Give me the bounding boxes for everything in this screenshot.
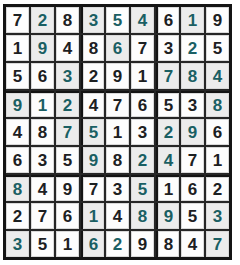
cell-r8c4[interactable]: 1 [81, 203, 104, 229]
cell-r3c5[interactable]: 9 [106, 63, 129, 89]
cell-r2c8[interactable]: 2 [181, 35, 204, 61]
cell-r4c2[interactable]: 1 [31, 91, 54, 117]
cell-r8c8[interactable]: 5 [181, 203, 204, 229]
cell-r4c9[interactable]: 8 [206, 91, 229, 117]
cell-r8c9[interactable]: 3 [206, 203, 229, 229]
cell-r5c9[interactable]: 6 [206, 119, 229, 145]
cell-r6c7[interactable]: 4 [156, 147, 179, 173]
cell-r1c4[interactable]: 3 [81, 7, 104, 33]
cell-r1c9[interactable]: 9 [206, 7, 229, 33]
cell-r1c5[interactable]: 5 [106, 7, 129, 33]
cell-r3c4[interactable]: 2 [81, 63, 104, 89]
cell-r2c6[interactable]: 7 [131, 35, 154, 61]
cell-r7c7[interactable]: 1 [156, 175, 179, 201]
cell-r2c9[interactable]: 5 [206, 35, 229, 61]
cell-r7c5[interactable]: 3 [106, 175, 129, 201]
cell-r6c3[interactable]: 5 [56, 147, 79, 173]
cell-r5c3[interactable]: 7 [56, 119, 79, 145]
sudoku-board-margin: 7283546191948673255632917849124765384875… [0, 0, 240, 260]
cell-r9c2[interactable]: 5 [31, 231, 54, 257]
cell-r3c3[interactable]: 3 [56, 63, 79, 89]
cell-r6c2[interactable]: 3 [31, 147, 54, 173]
cell-r9c4[interactable]: 6 [81, 231, 104, 257]
cell-r5c2[interactable]: 8 [31, 119, 54, 145]
sudoku-board: 7283546191948673255632917849124765384875… [3, 4, 232, 260]
cell-r8c3[interactable]: 6 [56, 203, 79, 229]
cell-r5c6[interactable]: 3 [131, 119, 154, 145]
cell-r5c8[interactable]: 9 [181, 119, 204, 145]
cell-r3c7[interactable]: 7 [156, 63, 179, 89]
cell-r5c1[interactable]: 4 [6, 119, 29, 145]
cell-r1c8[interactable]: 1 [181, 7, 204, 33]
cell-r7c6[interactable]: 5 [131, 175, 154, 201]
cell-r5c4[interactable]: 5 [81, 119, 104, 145]
cell-r2c1[interactable]: 1 [6, 35, 29, 61]
cell-r3c2[interactable]: 6 [31, 63, 54, 89]
cell-r1c1[interactable]: 7 [6, 7, 29, 33]
cell-r3c1[interactable]: 5 [6, 63, 29, 89]
cell-r6c4[interactable]: 9 [81, 147, 104, 173]
cell-r9c8[interactable]: 4 [181, 231, 204, 257]
cell-r2c4[interactable]: 8 [81, 35, 104, 61]
cell-r9c9[interactable]: 7 [206, 231, 229, 257]
cell-r4c6[interactable]: 6 [131, 91, 154, 117]
cell-r3c6[interactable]: 1 [131, 63, 154, 89]
cell-r2c3[interactable]: 4 [56, 35, 79, 61]
cell-r1c6[interactable]: 4 [131, 7, 154, 33]
cell-r7c9[interactable]: 2 [206, 175, 229, 201]
cell-r6c5[interactable]: 8 [106, 147, 129, 173]
cell-r4c7[interactable]: 5 [156, 91, 179, 117]
cell-r2c2[interactable]: 9 [31, 35, 54, 61]
cell-r3c9[interactable]: 4 [206, 63, 229, 89]
cell-r4c5[interactable]: 7 [106, 91, 129, 117]
cell-r6c1[interactable]: 6 [6, 147, 29, 173]
cell-r7c3[interactable]: 9 [56, 175, 79, 201]
cell-r1c3[interactable]: 8 [56, 7, 79, 33]
cell-r6c8[interactable]: 7 [181, 147, 204, 173]
cell-r8c7[interactable]: 9 [156, 203, 179, 229]
cell-r4c4[interactable]: 4 [81, 91, 104, 117]
cell-r7c1[interactable]: 8 [6, 175, 29, 201]
cell-r8c6[interactable]: 8 [131, 203, 154, 229]
cell-r2c7[interactable]: 3 [156, 35, 179, 61]
cell-r5c7[interactable]: 2 [156, 119, 179, 145]
cell-r4c3[interactable]: 2 [56, 91, 79, 117]
cell-r1c2[interactable]: 2 [31, 7, 54, 33]
cell-r1c7[interactable]: 6 [156, 7, 179, 33]
cell-r6c9[interactable]: 1 [206, 147, 229, 173]
cell-r4c8[interactable]: 3 [181, 91, 204, 117]
cell-r2c5[interactable]: 6 [106, 35, 129, 61]
cell-r8c5[interactable]: 4 [106, 203, 129, 229]
cell-r8c1[interactable]: 2 [6, 203, 29, 229]
cell-r7c2[interactable]: 4 [31, 175, 54, 201]
cell-r9c7[interactable]: 8 [156, 231, 179, 257]
cell-r9c6[interactable]: 9 [131, 231, 154, 257]
cell-r7c4[interactable]: 7 [81, 175, 104, 201]
cell-r8c2[interactable]: 7 [31, 203, 54, 229]
cell-r5c5[interactable]: 1 [106, 119, 129, 145]
cell-r7c8[interactable]: 6 [181, 175, 204, 201]
cell-r9c3[interactable]: 1 [56, 231, 79, 257]
cell-r3c8[interactable]: 8 [181, 63, 204, 89]
cell-r9c1[interactable]: 3 [6, 231, 29, 257]
cell-r9c5[interactable]: 2 [106, 231, 129, 257]
cell-r4c1[interactable]: 9 [6, 91, 29, 117]
cell-r6c6[interactable]: 2 [131, 147, 154, 173]
